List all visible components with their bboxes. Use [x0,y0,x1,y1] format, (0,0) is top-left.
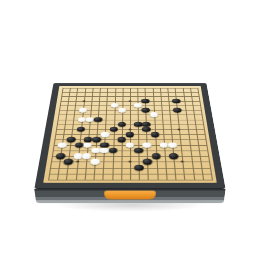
star-point [178,128,181,130]
black-stone [126,132,135,137]
white-stone [126,142,135,148]
white-stone [110,103,118,108]
black-stone [117,137,126,142]
white-stone [83,142,92,148]
board-front-edge [34,189,225,203]
black-stone [76,127,85,132]
white-stone [90,159,99,165]
black-stone [83,137,92,142]
white-stone [168,142,177,148]
star-point [129,100,132,102]
white-stone [143,142,152,148]
black-stone [134,165,143,171]
black-stone [134,148,143,154]
white-stone [91,148,100,154]
star-point [82,100,85,102]
star-point [128,128,131,130]
white-stone [57,142,66,148]
black-stone [74,142,83,148]
orange-latch [104,191,156,200]
board-grid [48,88,213,180]
white-stone [78,108,87,113]
white-stone [134,103,142,108]
white-stone [150,112,158,117]
black-stone [67,137,76,142]
black-stone [134,122,142,127]
black-stone [94,117,103,122]
black-stone [141,99,149,104]
black-stone [108,148,117,154]
black-stone [142,108,150,113]
white-stone [159,142,168,148]
white-stone [101,132,110,137]
white-stone [73,153,82,159]
black-stone [169,153,178,159]
star-point [181,161,184,163]
black-stone [143,159,152,165]
black-stone [173,108,182,113]
black-stone [92,137,101,142]
black-stone [56,153,66,159]
go-set-photo [0,0,260,260]
go-board [34,83,225,189]
black-stone [100,142,109,148]
black-stone [151,153,160,159]
black-stone [142,127,151,132]
black-stone [118,122,126,127]
black-stone [109,127,118,132]
black-stone [151,132,160,137]
white-stone [118,108,126,113]
star-point [128,161,131,163]
black-stone [172,99,180,104]
board-frame [34,83,225,189]
black-stone [64,159,74,165]
white-stone [82,153,91,159]
white-stone [100,148,109,154]
star-point [76,161,79,163]
board-surface [43,86,217,183]
